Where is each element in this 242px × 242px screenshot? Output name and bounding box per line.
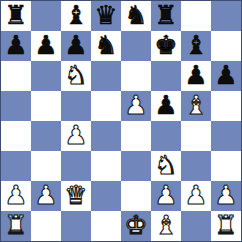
black-king-icon: ♚	[154, 31, 177, 60]
square-c7[interactable]: ♟	[61, 31, 91, 61]
square-h7[interactable]	[211, 31, 241, 61]
square-h2[interactable]: ♟	[211, 181, 241, 211]
square-f4[interactable]	[151, 121, 181, 151]
square-a7[interactable]: ♟	[1, 31, 31, 61]
square-d3[interactable]	[91, 151, 121, 181]
square-a6[interactable]	[1, 61, 31, 91]
black-knight-icon: ♞	[124, 1, 147, 30]
square-d6[interactable]	[91, 61, 121, 91]
square-a8[interactable]: ♜	[1, 1, 31, 31]
square-b3[interactable]	[31, 151, 61, 181]
square-d4[interactable]	[91, 121, 121, 151]
square-f8[interactable]: ♜	[151, 1, 181, 31]
white-pawn-icon: ♟	[154, 181, 177, 210]
square-h5[interactable]	[211, 91, 241, 121]
square-c1[interactable]	[61, 211, 91, 241]
black-bishop-icon: ♝	[184, 31, 207, 60]
square-h1[interactable]: ♜	[211, 211, 241, 241]
chess-board-frame: ♜♝♛♞♜♟♟♟♞♚♝♞♟♟♟♟♝♟♞♟♟♛♟♟♟♜♚♝♜	[0, 0, 242, 242]
square-b4[interactable]	[31, 121, 61, 151]
white-pawn-icon: ♟	[64, 121, 87, 150]
square-e8[interactable]: ♞	[121, 1, 151, 31]
white-queen-icon: ♛	[64, 181, 87, 210]
square-e2[interactable]	[121, 181, 151, 211]
square-f1[interactable]: ♝	[151, 211, 181, 241]
square-c4[interactable]: ♟	[61, 121, 91, 151]
white-pawn-icon: ♟	[4, 181, 27, 210]
square-a5[interactable]	[1, 91, 31, 121]
square-b1[interactable]	[31, 211, 61, 241]
square-c3[interactable]	[61, 151, 91, 181]
square-g1[interactable]	[181, 211, 211, 241]
black-pawn-icon: ♟	[64, 31, 87, 60]
square-c5[interactable]	[61, 91, 91, 121]
square-a4[interactable]	[1, 121, 31, 151]
square-c6[interactable]: ♞	[61, 61, 91, 91]
white-rook-icon: ♜	[4, 211, 27, 240]
square-d1[interactable]	[91, 211, 121, 241]
square-b5[interactable]	[31, 91, 61, 121]
black-pawn-icon: ♟	[214, 61, 237, 90]
square-e7[interactable]	[121, 31, 151, 61]
square-h8[interactable]	[211, 1, 241, 31]
white-king-icon: ♚	[124, 211, 147, 240]
square-g4[interactable]	[181, 121, 211, 151]
square-e1[interactable]: ♚	[121, 211, 151, 241]
square-g6[interactable]: ♟	[181, 61, 211, 91]
square-g2[interactable]: ♟	[181, 181, 211, 211]
square-g8[interactable]	[181, 1, 211, 31]
black-queen-icon: ♛	[94, 1, 117, 30]
square-e6[interactable]	[121, 61, 151, 91]
square-e5[interactable]: ♟	[121, 91, 151, 121]
square-f7[interactable]: ♚	[151, 31, 181, 61]
white-pawn-icon: ♟	[214, 181, 237, 210]
square-f2[interactable]: ♟	[151, 181, 181, 211]
black-bishop-icon: ♝	[64, 1, 87, 30]
square-a1[interactable]: ♜	[1, 211, 31, 241]
black-pawn-icon: ♟	[4, 31, 27, 60]
white-bishop-icon: ♝	[184, 91, 207, 120]
square-f5[interactable]: ♟	[151, 91, 181, 121]
square-c8[interactable]: ♝	[61, 1, 91, 31]
square-g7[interactable]: ♝	[181, 31, 211, 61]
black-rook-icon: ♜	[4, 1, 27, 30]
square-f6[interactable]	[151, 61, 181, 91]
white-pawn-icon: ♟	[184, 181, 207, 210]
square-d2[interactable]	[91, 181, 121, 211]
white-rook-icon: ♜	[214, 211, 237, 240]
square-a3[interactable]	[1, 151, 31, 181]
square-b7[interactable]: ♟	[31, 31, 61, 61]
square-e3[interactable]	[121, 151, 151, 181]
white-bishop-icon: ♝	[154, 211, 177, 240]
white-pawn-icon: ♟	[124, 91, 147, 120]
square-b2[interactable]: ♟	[31, 181, 61, 211]
black-pawn-icon: ♟	[184, 61, 207, 90]
square-g3[interactable]	[181, 151, 211, 181]
square-d8[interactable]: ♛	[91, 1, 121, 31]
black-pawn-icon: ♟	[154, 91, 177, 120]
square-g5[interactable]: ♝	[181, 91, 211, 121]
square-h6[interactable]: ♟	[211, 61, 241, 91]
white-pawn-icon: ♟	[34, 181, 57, 210]
square-d7[interactable]: ♞	[91, 31, 121, 61]
black-rook-icon: ♜	[154, 1, 177, 30]
white-knight-icon: ♞	[154, 151, 177, 180]
square-d5[interactable]	[91, 91, 121, 121]
square-b6[interactable]	[31, 61, 61, 91]
square-h3[interactable]	[211, 151, 241, 181]
square-a2[interactable]: ♟	[1, 181, 31, 211]
square-b8[interactable]	[31, 1, 61, 31]
square-f3[interactable]: ♞	[151, 151, 181, 181]
square-c2[interactable]: ♛	[61, 181, 91, 211]
black-knight-icon: ♞	[94, 31, 117, 60]
white-knight-icon: ♞	[64, 61, 87, 90]
black-pawn-icon: ♟	[34, 31, 57, 60]
square-e4[interactable]	[121, 121, 151, 151]
square-h4[interactable]	[211, 121, 241, 151]
chess-board: ♜♝♛♞♜♟♟♟♞♚♝♞♟♟♟♟♝♟♞♟♟♛♟♟♟♜♚♝♜	[1, 1, 241, 241]
